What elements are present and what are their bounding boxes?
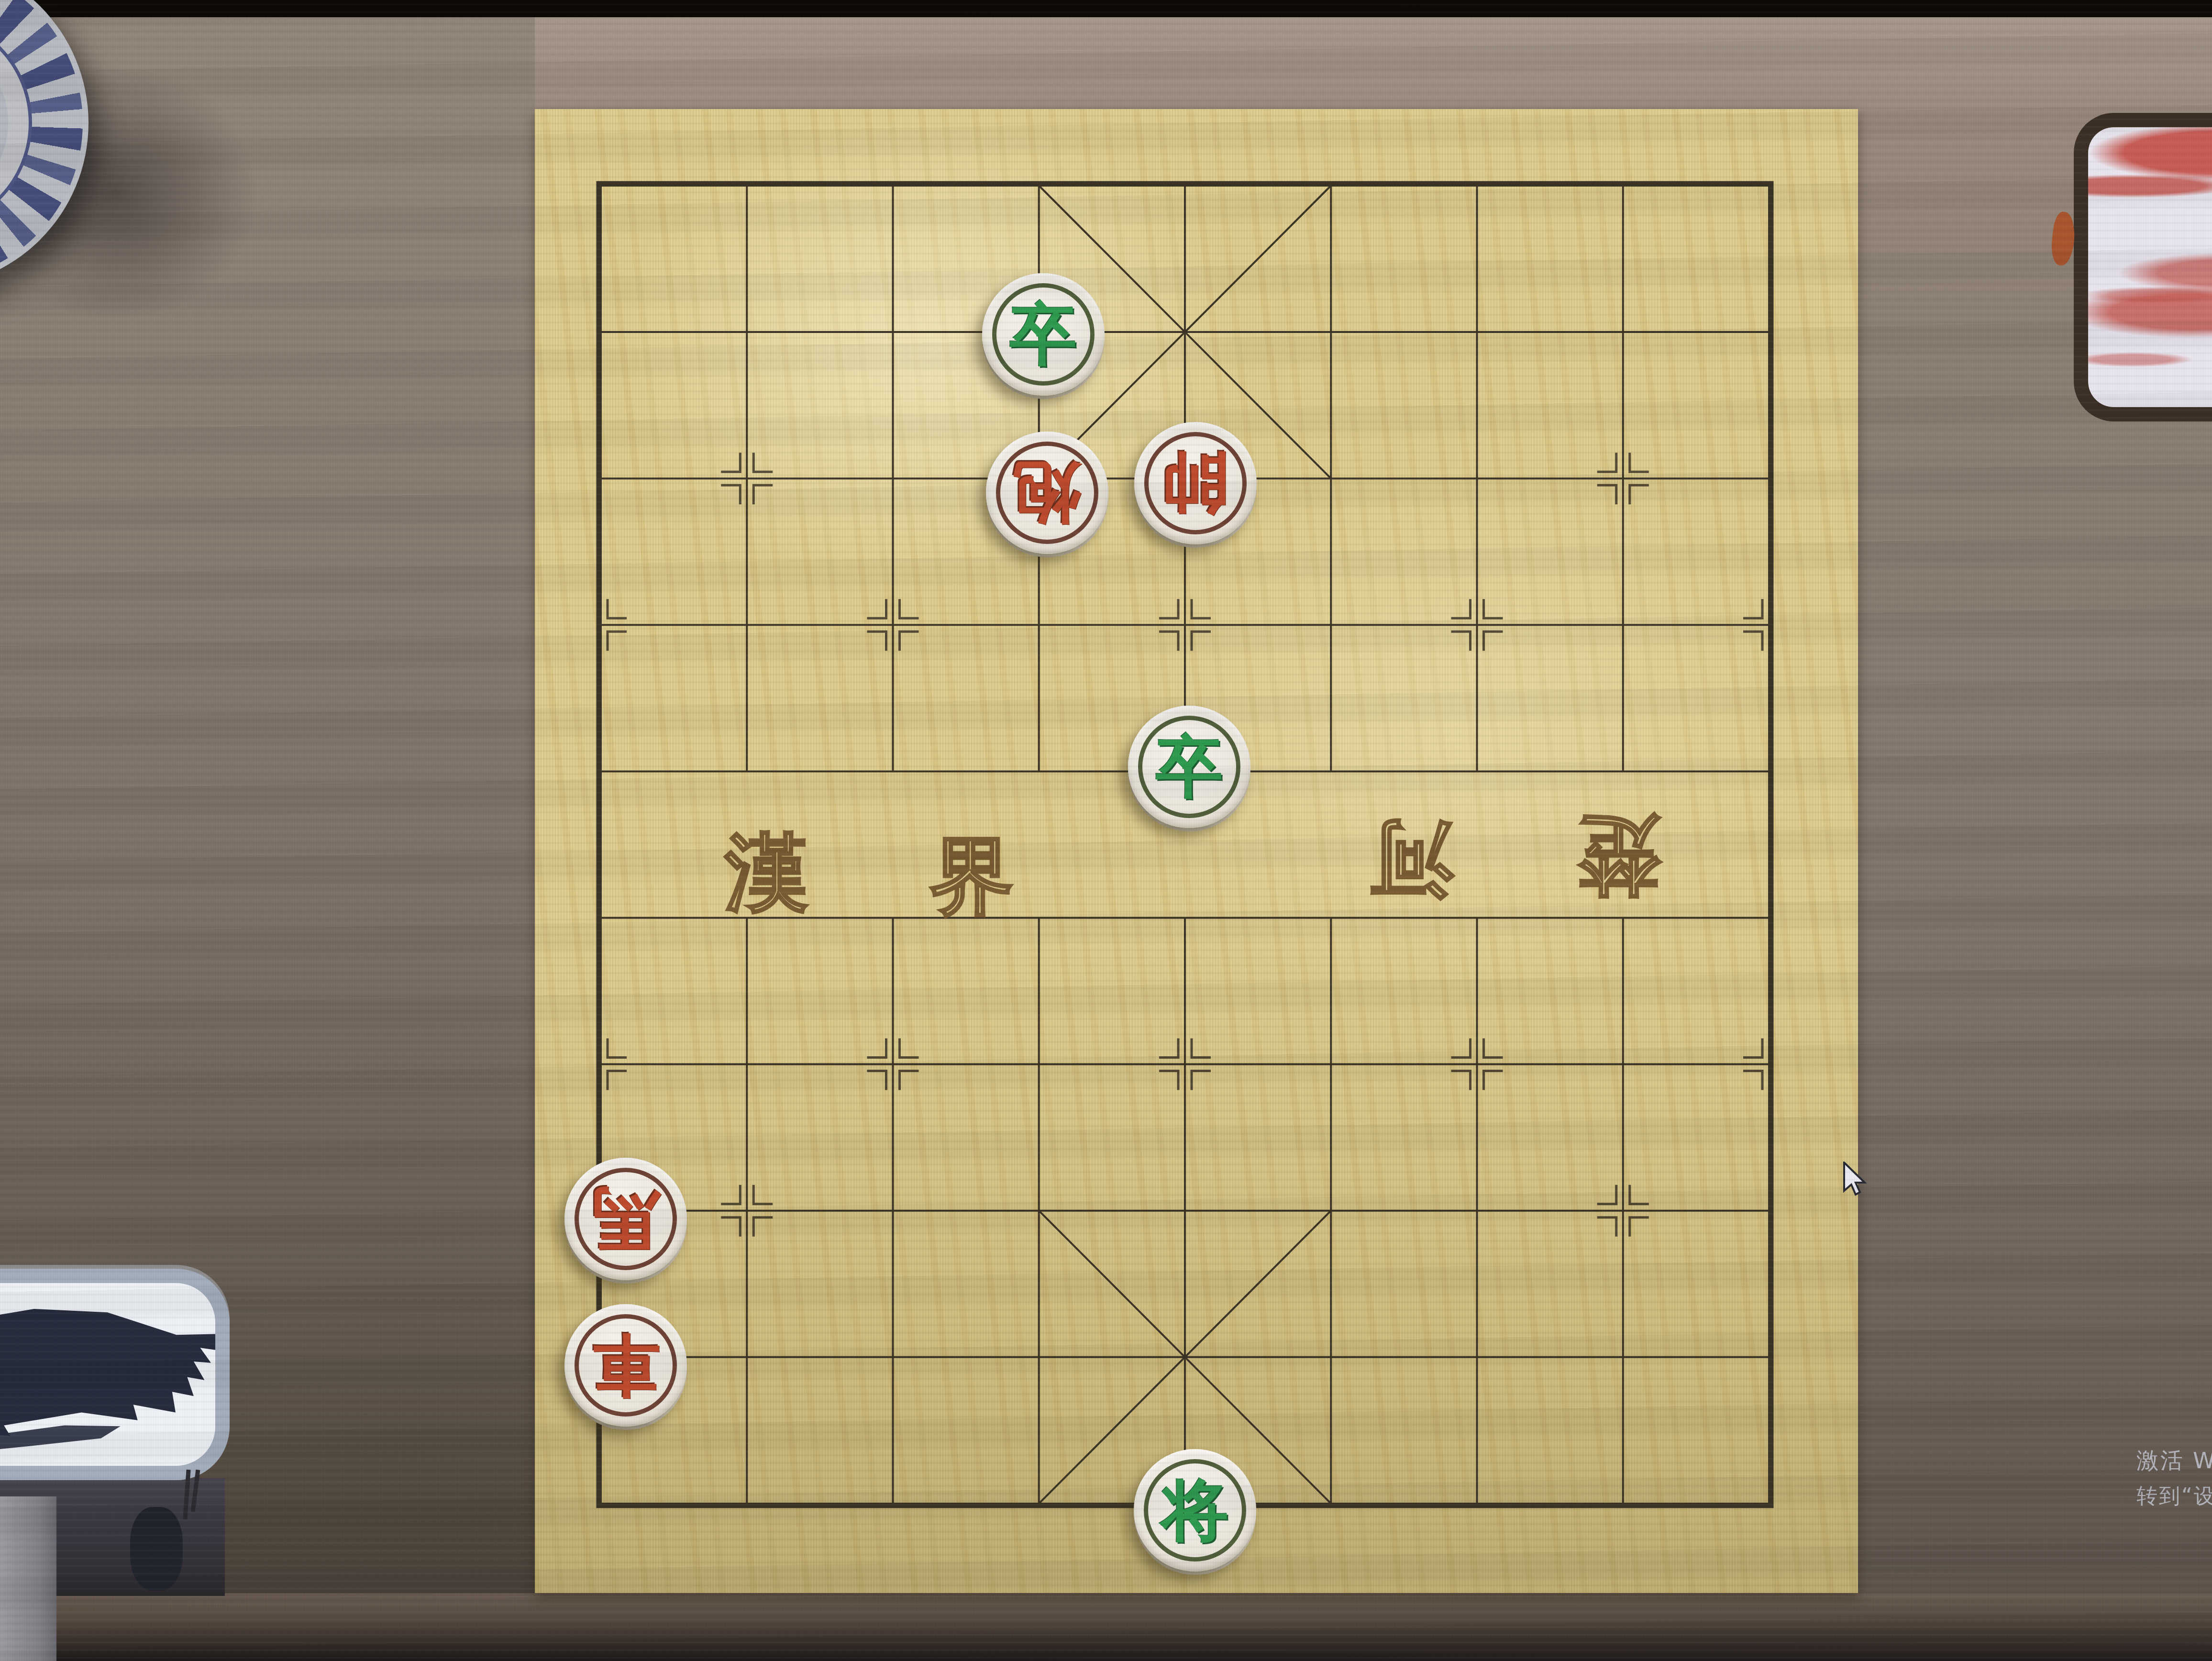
piece-glyph: 車	[564, 1304, 687, 1427]
ink-stone	[130, 1507, 183, 1591]
activation-watermark-line1: 激活 Win	[2136, 1446, 2212, 1476]
activation-watermark-line2: 转到“设	[2136, 1482, 2212, 1510]
mouse-cursor	[1843, 1162, 1877, 1200]
black-soldier[interactable]: 卒	[1128, 706, 1250, 828]
red-general[interactable]: 帥	[1134, 422, 1257, 544]
black-soldier[interactable]: 卒	[982, 273, 1105, 396]
black-general[interactable]: 将	[1134, 1449, 1256, 1572]
red-cannon[interactable]: 炮	[986, 432, 1108, 554]
piece-glyph: 卒	[1128, 706, 1250, 828]
desk-front-edge	[0, 1593, 2212, 1661]
piece-glyph: 帥	[1134, 422, 1257, 544]
piece-glyph: 将	[1134, 1449, 1256, 1572]
piece-glyph: 卒	[982, 273, 1105, 396]
top-bezel	[0, 0, 2212, 17]
red-horse[interactable]: 馬	[564, 1158, 687, 1280]
red-brush-art-card	[2074, 113, 2212, 421]
screen-photo: 漢界河楚 卒炮帥卒馬車将 激活 Win 转到“设	[0, 0, 2212, 1661]
ink-blob	[0, 1283, 215, 1474]
gray-cylinder	[0, 1496, 56, 1661]
ink-brush-art-card	[0, 1269, 230, 1480]
red-chariot[interactable]: 車	[564, 1304, 687, 1427]
piece-glyph: 馬	[564, 1158, 687, 1280]
piece-glyph: 炮	[986, 432, 1108, 554]
xiangqi-board	[535, 109, 1858, 1593]
red-brush-strokes	[2088, 127, 2212, 407]
